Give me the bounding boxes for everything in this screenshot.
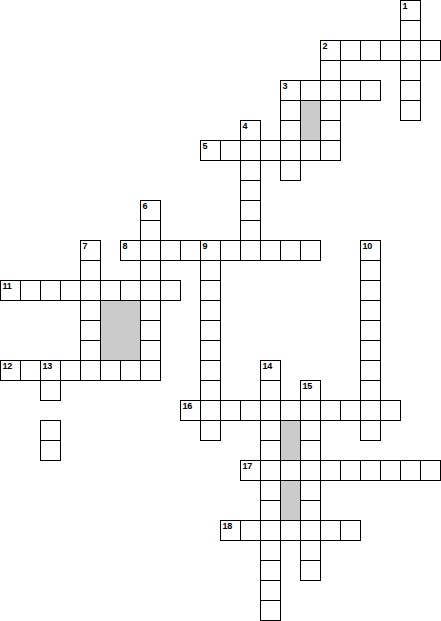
cell-c18-r17[interactable]: [360, 340, 381, 361]
cell-c16-r5[interactable]: [320, 100, 341, 121]
cell-c16-r2[interactable]: [320, 40, 341, 61]
cell-c12-r23[interactable]: [240, 460, 261, 481]
cell-c14-r12[interactable]: [280, 240, 301, 261]
cell-c6-r14[interactable]: [120, 280, 141, 301]
cell-c0-r14[interactable]: [0, 280, 21, 301]
cell-c8-r12[interactable]: [160, 240, 181, 261]
cell-c15-r20[interactable]: [300, 400, 321, 421]
cell-c10-r12[interactable]: [200, 240, 221, 261]
cell-c12-r11[interactable]: [240, 220, 261, 241]
cell-c13-r25[interactable]: [260, 500, 281, 521]
cell-c14-r23[interactable]: [280, 460, 301, 481]
cell-c16-r26[interactable]: [320, 520, 341, 541]
cell-c17-r2[interactable]: [340, 40, 361, 61]
cell-c10-r15[interactable]: [200, 300, 221, 321]
cell-c14-r5[interactable]: [280, 100, 301, 121]
cell-c15-r12[interactable]: [300, 240, 321, 261]
cell-c7-r17[interactable]: [140, 340, 161, 361]
cell-c19-r2[interactable]: [380, 40, 401, 61]
cell-c7-r13[interactable]: [140, 260, 161, 281]
cell-c13-r7[interactable]: [260, 140, 281, 161]
cell-c2-r19[interactable]: [40, 380, 61, 401]
cell-c20-r23[interactable]: [400, 460, 421, 481]
cell-c15-r19[interactable]: [300, 380, 321, 401]
cell-c1-r18[interactable]: [20, 360, 41, 381]
cell-c4-r15[interactable]: [80, 300, 101, 321]
cell-c2-r22[interactable]: [40, 440, 61, 461]
cell-c2-r21[interactable]: [40, 420, 61, 441]
cell-c18-r18[interactable]: [360, 360, 381, 381]
cell-c15-r7[interactable]: [300, 140, 321, 161]
cell-c20-r5[interactable]: [400, 100, 421, 121]
cell-c7-r18[interactable]: [140, 360, 161, 381]
cell-c14-r26[interactable]: [280, 520, 301, 541]
cell-c17-r23[interactable]: [340, 460, 361, 481]
cell-c5-r18[interactable]: [100, 360, 121, 381]
cell-c15-r25[interactable]: [300, 500, 321, 521]
cell-c7-r12[interactable]: [140, 240, 161, 261]
cell-c13-r23[interactable]: [260, 460, 281, 481]
shaded-cells-c15-r5[interactable]: [300, 100, 321, 141]
cell-c10-r17[interactable]: [200, 340, 221, 361]
cell-c7-r11[interactable]: [140, 220, 161, 241]
cell-c13-r28[interactable]: [260, 560, 281, 581]
shaded-cells-c5-r15[interactable]: [100, 300, 141, 361]
cell-c10-r7[interactable]: [200, 140, 221, 161]
cell-c4-r13[interactable]: [80, 260, 101, 281]
cell-c14-r8[interactable]: [280, 160, 301, 181]
cell-c17-r20[interactable]: [340, 400, 361, 421]
cell-c13-r19[interactable]: [260, 380, 281, 401]
cell-c14-r20[interactable]: [280, 400, 301, 421]
shaded-cells-c14-r24[interactable]: [280, 480, 301, 521]
cell-c11-r7[interactable]: [220, 140, 241, 161]
cell-c12-r9[interactable]: [240, 180, 261, 201]
cell-c12-r10[interactable]: [240, 200, 261, 221]
cell-c21-r23[interactable]: [420, 460, 441, 481]
cell-c15-r22[interactable]: [300, 440, 321, 461]
cell-c17-r4[interactable]: [340, 80, 361, 101]
cell-c20-r3[interactable]: [400, 60, 421, 81]
cell-c3-r14[interactable]: [60, 280, 81, 301]
cell-c15-r26[interactable]: [300, 520, 321, 541]
cell-c13-r21[interactable]: [260, 420, 281, 441]
cell-c18-r15[interactable]: [360, 300, 381, 321]
cell-c16-r20[interactable]: [320, 400, 341, 421]
cell-c13-r20[interactable]: [260, 400, 281, 421]
cell-c15-r28[interactable]: [300, 560, 321, 581]
cell-c4-r16[interactable]: [80, 320, 101, 341]
cell-c10-r18[interactable]: [200, 360, 221, 381]
cell-c16-r23[interactable]: [320, 460, 341, 481]
cell-c13-r24[interactable]: [260, 480, 281, 501]
cell-c12-r7[interactable]: [240, 140, 261, 161]
cell-c6-r12[interactable]: [120, 240, 141, 261]
cell-c16-r7[interactable]: [320, 140, 341, 161]
cell-c7-r15[interactable]: [140, 300, 161, 321]
cell-c13-r12[interactable]: [260, 240, 281, 261]
cell-c9-r20[interactable]: [180, 400, 201, 421]
cell-c16-r4[interactable]: [320, 80, 341, 101]
cell-c15-r24[interactable]: [300, 480, 321, 501]
cell-c13-r26[interactable]: [260, 520, 281, 541]
cell-c13-r30[interactable]: [260, 600, 281, 621]
cell-c18-r21[interactable]: [360, 420, 381, 441]
cell-c9-r12[interactable]: [180, 240, 201, 261]
cell-c0-r18[interactable]: [0, 360, 21, 381]
cell-c19-r20[interactable]: [380, 400, 401, 421]
cell-c14-r4[interactable]: [280, 80, 301, 101]
crossword-board: 123456789101112131415161718: [0, 0, 441, 621]
cell-c18-r20[interactable]: [360, 400, 381, 421]
cell-c2-r14[interactable]: [40, 280, 61, 301]
cell-c10-r14[interactable]: [200, 280, 221, 301]
cell-c2-r18[interactable]: [40, 360, 61, 381]
cell-c11-r20[interactable]: [220, 400, 241, 421]
cell-c20-r2[interactable]: [400, 40, 421, 61]
cell-c20-r0[interactable]: [400, 0, 421, 21]
cell-c10-r16[interactable]: [200, 320, 221, 341]
cell-c14-r7[interactable]: [280, 140, 301, 161]
cell-c18-r4[interactable]: [360, 80, 381, 101]
cell-c13-r29[interactable]: [260, 580, 281, 601]
cell-c12-r8[interactable]: [240, 160, 261, 181]
cell-c10-r20[interactable]: [200, 400, 221, 421]
cell-c18-r19[interactable]: [360, 380, 381, 401]
cell-c15-r23[interactable]: [300, 460, 321, 481]
cell-c4-r12[interactable]: [80, 240, 101, 261]
cell-c18-r16[interactable]: [360, 320, 381, 341]
cell-c20-r4[interactable]: [400, 80, 421, 101]
cell-c14-r6[interactable]: [280, 120, 301, 141]
cell-c12-r6[interactable]: [240, 120, 261, 141]
cell-c18-r23[interactable]: [360, 460, 381, 481]
cell-c10-r21[interactable]: [200, 420, 221, 441]
cell-c3-r18[interactable]: [60, 360, 81, 381]
cell-c1-r14[interactable]: [20, 280, 41, 301]
cell-c7-r10[interactable]: [140, 200, 161, 221]
cell-c16-r6[interactable]: [320, 120, 341, 141]
cell-c18-r14[interactable]: [360, 280, 381, 301]
cell-c19-r23[interactable]: [380, 460, 401, 481]
cell-c12-r12[interactable]: [240, 240, 261, 261]
cell-c6-r18[interactable]: [120, 360, 141, 381]
cell-c7-r16[interactable]: [140, 320, 161, 341]
cell-c16-r3[interactable]: [320, 60, 341, 81]
cell-c4-r14[interactable]: [80, 280, 101, 301]
cell-c18-r2[interactable]: [360, 40, 381, 61]
cell-c10-r19[interactable]: [200, 380, 221, 401]
cell-c4-r18[interactable]: [80, 360, 101, 381]
cell-c12-r26[interactable]: [240, 520, 261, 541]
cell-c20-r1[interactable]: [400, 20, 421, 41]
cell-c8-r14[interactable]: [160, 280, 181, 301]
cell-c11-r12[interactable]: [220, 240, 241, 261]
cell-c4-r17[interactable]: [80, 340, 101, 361]
cell-c12-r20[interactable]: [240, 400, 261, 421]
cell-c13-r22[interactable]: [260, 440, 281, 461]
cell-c15-r4[interactable]: [300, 80, 321, 101]
cell-c15-r21[interactable]: [300, 420, 321, 441]
cell-c13-r27[interactable]: [260, 540, 281, 561]
cell-c13-r18[interactable]: [260, 360, 281, 381]
cell-c17-r26[interactable]: [340, 520, 361, 541]
cell-c10-r13[interactable]: [200, 260, 221, 281]
cell-c11-r26[interactable]: [220, 520, 241, 541]
shaded-cells-c14-r21[interactable]: [280, 420, 301, 461]
cell-c7-r14[interactable]: [140, 280, 161, 301]
cell-c21-r2[interactable]: [420, 40, 441, 61]
cell-c15-r27[interactable]: [300, 540, 321, 561]
cell-c18-r13[interactable]: [360, 260, 381, 281]
cell-c18-r12[interactable]: [360, 240, 381, 261]
cell-c5-r14[interactable]: [100, 280, 121, 301]
